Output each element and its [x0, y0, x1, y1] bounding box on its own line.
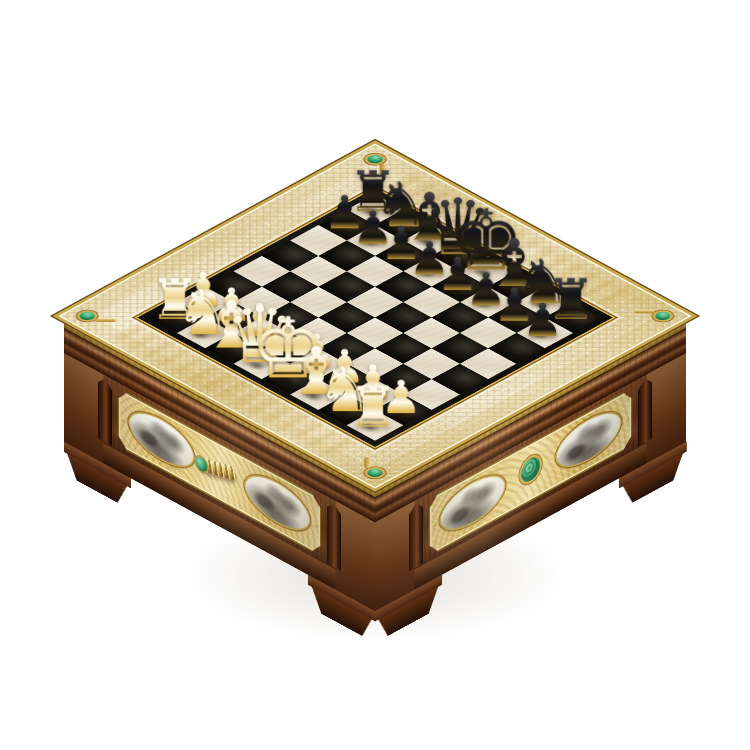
- square-c5: [318, 271, 375, 302]
- malachite-gem-left: [77, 310, 98, 322]
- gold-screw: [625, 417, 629, 423]
- square-h1: ♜: [347, 410, 404, 441]
- gold-screw: [121, 417, 125, 423]
- malachite-gem-right: [652, 310, 673, 322]
- gold-screw: [314, 522, 318, 528]
- square-h7: ♟: [516, 318, 573, 349]
- white-rook: ♜: [348, 382, 398, 434]
- chess-board: ♜♞♝♛♚♝♞♜♟♟♟♟♟♟♟♟♟♟♟♟♟♟♟♟♜♞♝♛♚♝♞♜: [149, 194, 602, 440]
- drawer-cabochon: [521, 454, 539, 486]
- square-d6: [375, 271, 432, 302]
- key-malachite-tip: [195, 455, 208, 473]
- malachite-gem-near: [364, 467, 385, 479]
- product-photo: ♜♞♝♛♚♝♞♜♟♟♟♟♟♟♟♟♟♟♟♟♟♟♟♟♜♞♝♛♚♝♞♜: [0, 0, 750, 750]
- square-c6: [347, 256, 404, 287]
- gold-screw: [432, 522, 436, 528]
- drawer-key: [202, 458, 236, 482]
